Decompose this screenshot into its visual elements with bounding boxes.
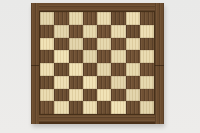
square-d1 — [83, 101, 97, 114]
square-c6 — [69, 38, 83, 51]
square-f7 — [111, 25, 125, 38]
square-h4 — [140, 63, 154, 76]
square-h5 — [140, 50, 154, 63]
square-d3 — [83, 76, 97, 89]
square-e8 — [97, 12, 111, 25]
square-c1 — [69, 101, 83, 114]
square-h2 — [140, 89, 154, 102]
square-c5 — [69, 50, 83, 63]
board-frame-right — [155, 3, 164, 124]
frame-joint-seam-left — [31, 65, 39, 66]
board-frame-top — [31, 3, 164, 11]
square-h8 — [140, 12, 154, 25]
square-a2 — [40, 89, 54, 102]
square-b6 — [54, 38, 68, 51]
square-g3 — [126, 76, 140, 89]
square-a8 — [40, 12, 54, 25]
square-f6 — [111, 38, 125, 51]
square-f1 — [111, 101, 125, 114]
square-h1 — [140, 101, 154, 114]
square-a5 — [40, 50, 54, 63]
square-g4 — [126, 63, 140, 76]
square-a1 — [40, 101, 54, 114]
board-frame-bottom — [31, 115, 164, 124]
square-f2 — [111, 89, 125, 102]
square-g2 — [126, 89, 140, 102]
square-e1 — [97, 101, 111, 114]
square-f3 — [111, 76, 125, 89]
square-a4 — [40, 63, 54, 76]
square-b4 — [54, 63, 68, 76]
square-g6 — [126, 38, 140, 51]
square-b3 — [54, 76, 68, 89]
square-h3 — [140, 76, 154, 89]
square-d7 — [83, 25, 97, 38]
square-a3 — [40, 76, 54, 89]
square-f8 — [111, 12, 125, 25]
photo-background — [0, 0, 200, 133]
square-g1 — [126, 101, 140, 114]
board-frame-left — [31, 3, 39, 124]
square-c4 — [69, 63, 83, 76]
square-e3 — [97, 76, 111, 89]
frame-joint-seam-right — [155, 65, 164, 66]
square-d6 — [83, 38, 97, 51]
square-h7 — [140, 25, 154, 38]
square-d8 — [83, 12, 97, 25]
square-a7 — [40, 25, 54, 38]
square-b1 — [54, 101, 68, 114]
square-g7 — [126, 25, 140, 38]
square-c2 — [69, 89, 83, 102]
square-c7 — [69, 25, 83, 38]
square-e2 — [97, 89, 111, 102]
square-c3 — [69, 76, 83, 89]
square-g8 — [126, 12, 140, 25]
square-f5 — [111, 50, 125, 63]
square-g5 — [126, 50, 140, 63]
square-e7 — [97, 25, 111, 38]
playing-field — [39, 11, 155, 115]
square-f4 — [111, 63, 125, 76]
square-e5 — [97, 50, 111, 63]
square-d5 — [83, 50, 97, 63]
square-b8 — [54, 12, 68, 25]
square-c8 — [69, 12, 83, 25]
square-b7 — [54, 25, 68, 38]
square-e4 — [97, 63, 111, 76]
square-b5 — [54, 50, 68, 63]
chessboard — [31, 3, 164, 124]
square-a6 — [40, 38, 54, 51]
square-h6 — [140, 38, 154, 51]
square-d2 — [83, 89, 97, 102]
square-d4 — [83, 63, 97, 76]
square-e6 — [97, 38, 111, 51]
square-b2 — [54, 89, 68, 102]
